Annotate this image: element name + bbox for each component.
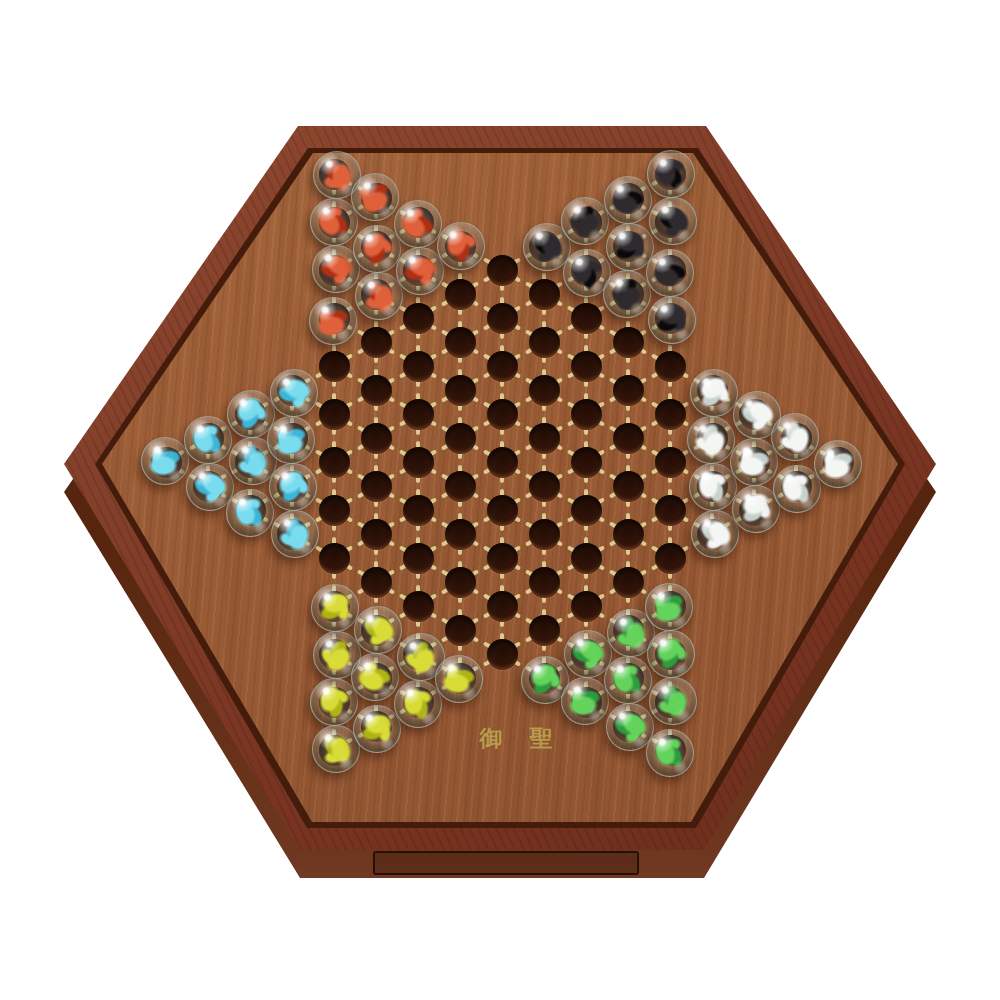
marble-red[interactable] [353, 225, 401, 273]
board-hole[interactable] [319, 447, 350, 478]
marble-shine [605, 657, 651, 703]
marble-shine [268, 417, 314, 463]
board-hole[interactable] [529, 471, 560, 502]
marble-black[interactable] [646, 249, 694, 297]
board-hole[interactable] [361, 471, 392, 502]
marble-shine [228, 391, 274, 437]
board-hole[interactable] [361, 375, 392, 406]
marble-shine [565, 631, 611, 677]
marble-shine [142, 438, 188, 484]
marble-shine [395, 201, 441, 247]
marble-shine [187, 464, 233, 510]
marble-shine [311, 679, 357, 725]
board-hole[interactable] [487, 543, 518, 574]
board-hole[interactable] [445, 471, 476, 502]
marble-red[interactable] [309, 297, 357, 345]
marble-yellow[interactable] [311, 584, 359, 632]
marble-shine [272, 511, 318, 557]
board-hole[interactable] [571, 447, 602, 478]
board-hole[interactable] [613, 567, 644, 598]
marble-red[interactable] [351, 173, 399, 221]
board-hole[interactable] [445, 279, 476, 310]
board-hole[interactable] [571, 303, 602, 334]
marble-shine [395, 681, 441, 727]
board-hole[interactable] [361, 519, 392, 550]
marble-shine [185, 417, 231, 463]
marble-white[interactable] [689, 463, 737, 511]
board-hole[interactable] [613, 327, 644, 358]
marble-yellow[interactable] [354, 606, 402, 654]
marble-blue[interactable] [141, 437, 189, 485]
marble-shine [562, 198, 608, 244]
board-hole[interactable] [529, 615, 560, 646]
marble-white[interactable] [687, 416, 735, 464]
marble-shine [313, 246, 359, 292]
board-hole[interactable] [445, 423, 476, 454]
marble-shine [356, 273, 402, 319]
board-hole[interactable] [487, 399, 518, 430]
board-hole[interactable] [445, 519, 476, 550]
marble-white[interactable] [773, 465, 821, 513]
board-hole[interactable] [487, 255, 518, 286]
marble-shine [646, 584, 692, 630]
marble-shine [688, 417, 734, 463]
marble-shine [436, 656, 482, 702]
marble-shine [562, 678, 608, 724]
marble-shine [310, 298, 356, 344]
marble-blue[interactable] [270, 369, 318, 417]
board-hole[interactable] [613, 423, 644, 454]
star-lattice [0, 0, 1000, 1000]
board-hole[interactable] [487, 495, 518, 526]
marble-shine [352, 654, 398, 700]
marble-white[interactable] [690, 369, 738, 417]
marble-yellow[interactable] [353, 705, 401, 753]
marble-white[interactable] [814, 440, 862, 488]
marble-green[interactable] [646, 729, 694, 777]
marble-red[interactable] [355, 272, 403, 320]
board-hole[interactable] [613, 519, 644, 550]
marble-shine [690, 464, 736, 510]
board-hole[interactable] [361, 423, 392, 454]
board-hole[interactable] [403, 303, 434, 334]
board-hole[interactable] [571, 399, 602, 430]
marble-shine [271, 370, 317, 416]
marble-shine [650, 198, 696, 244]
marble-shine [397, 248, 443, 294]
marble-blue[interactable] [271, 510, 319, 558]
board-hole[interactable] [403, 591, 434, 622]
board-hole[interactable] [487, 351, 518, 382]
board-hole[interactable] [403, 351, 434, 382]
marble-shine [691, 370, 737, 416]
inscription-char-2: 聖 [530, 723, 553, 754]
marble-shine [692, 511, 738, 557]
inscription: 御 聖 [480, 723, 553, 754]
marble-black[interactable] [561, 197, 609, 245]
board-hole[interactable] [361, 567, 392, 598]
marble-shine [312, 585, 358, 631]
marble-shine [604, 271, 650, 317]
board-hole[interactable] [529, 519, 560, 550]
marble-blue[interactable] [267, 416, 315, 464]
board-hole[interactable] [403, 399, 434, 430]
marble-shine [648, 151, 694, 197]
board-hole[interactable] [445, 327, 476, 358]
marble-blue[interactable] [269, 463, 317, 511]
marble-black[interactable] [603, 270, 651, 318]
board-hole[interactable] [571, 351, 602, 382]
marble-white[interactable] [730, 438, 778, 486]
board-hole[interactable] [445, 567, 476, 598]
marble-white[interactable] [691, 510, 739, 558]
board-hole[interactable] [571, 591, 602, 622]
marble-green[interactable] [649, 677, 697, 725]
board-hole[interactable] [445, 615, 476, 646]
board-hole[interactable] [655, 447, 686, 478]
board-hole[interactable] [613, 375, 644, 406]
board-hole[interactable] [319, 399, 350, 430]
marble-yellow[interactable] [351, 653, 399, 701]
marble-red[interactable] [394, 200, 442, 248]
marble-green[interactable] [561, 677, 609, 725]
marble-white[interactable] [771, 413, 819, 461]
marble-shine [774, 466, 820, 512]
marble-blue[interactable] [226, 489, 274, 537]
marble-shine [352, 174, 398, 220]
board-hole[interactable] [319, 495, 350, 526]
board-hole[interactable] [487, 591, 518, 622]
marble-black[interactable] [604, 176, 652, 224]
board-hole[interactable] [655, 495, 686, 526]
marble-shine [227, 490, 273, 536]
marble-green[interactable] [645, 583, 693, 631]
marble-shine [649, 297, 695, 343]
board-hole[interactable] [361, 327, 392, 358]
board-hole[interactable] [529, 375, 560, 406]
marble-shine [605, 177, 651, 223]
marble-red[interactable] [310, 198, 358, 246]
marble-blue[interactable] [184, 416, 232, 464]
marble-shine [733, 486, 779, 532]
marble-shine [607, 224, 653, 270]
board-hole[interactable] [487, 303, 518, 334]
board-hole[interactable] [529, 567, 560, 598]
board-hole[interactable] [403, 447, 434, 478]
marble-shine [438, 223, 484, 269]
marble-shine [815, 441, 861, 487]
marble-yellow[interactable] [435, 655, 483, 703]
board-hole[interactable] [403, 543, 434, 574]
marble-black[interactable] [648, 296, 696, 344]
marble-shine [772, 414, 818, 460]
marble-green[interactable] [604, 656, 652, 704]
board-hole[interactable] [529, 327, 560, 358]
marble-shine [311, 199, 357, 245]
board-hole[interactable] [529, 423, 560, 454]
board-hole[interactable] [613, 471, 644, 502]
board-hole[interactable] [655, 543, 686, 574]
marble-yellow[interactable] [394, 680, 442, 728]
board-hole[interactable] [319, 351, 350, 382]
board-hole[interactable] [529, 279, 560, 310]
board-hole[interactable] [571, 495, 602, 526]
marble-shine [650, 678, 696, 724]
marble-red[interactable] [396, 247, 444, 295]
board-hole[interactable] [445, 375, 476, 406]
board-hole[interactable] [655, 399, 686, 430]
board-hole[interactable] [655, 351, 686, 382]
marble-shine [648, 631, 694, 677]
board-hole[interactable] [487, 639, 518, 670]
product-photo-scene: 御 聖 [0, 0, 1000, 1000]
board-hole[interactable] [403, 495, 434, 526]
marble-shine [607, 704, 653, 750]
marble-shine [354, 226, 400, 272]
marble-shine [647, 250, 693, 296]
board-hole[interactable] [487, 447, 518, 478]
marble-black[interactable] [649, 197, 697, 245]
marble-black[interactable] [647, 150, 695, 198]
marble-shine [731, 439, 777, 485]
board-hole[interactable] [319, 543, 350, 574]
marble-red[interactable] [437, 222, 485, 270]
marble-shine [313, 726, 359, 772]
marble-shine [270, 464, 316, 510]
marble-shine [354, 706, 400, 752]
marble-shine [355, 607, 401, 653]
marble-green[interactable] [647, 630, 695, 678]
marble-yellow[interactable] [310, 678, 358, 726]
board-hole[interactable] [571, 543, 602, 574]
inscription-char-1: 御 [480, 723, 503, 754]
marble-shine [647, 730, 693, 776]
